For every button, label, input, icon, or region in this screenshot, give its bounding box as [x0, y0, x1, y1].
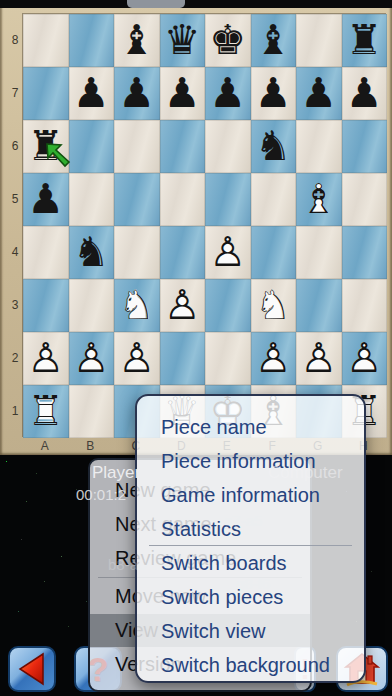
square-h4[interactable]: [342, 226, 388, 279]
white-piece-outline: ♘: [251, 279, 297, 332]
view-menu-item-game-information[interactable]: Game information: [137, 478, 364, 512]
square-a7[interactable]: [23, 67, 69, 120]
black-piece-glyph: ♟: [296, 67, 342, 120]
square-c5[interactable]: [114, 173, 160, 226]
view-menu-item-piece-information[interactable]: Piece information: [137, 444, 364, 478]
back-button[interactable]: [8, 646, 56, 692]
back-triangle-icon: [15, 651, 49, 687]
white-piece-glyph: ♟: [69, 332, 115, 385]
view-menu-item-switch-view[interactable]: Switch view: [137, 614, 364, 648]
rank-label-3: 3: [8, 278, 22, 331]
black-piece-glyph: ♟: [69, 67, 115, 120]
view-popup-menu: Piece namePiece informationGame informat…: [135, 394, 366, 683]
rank-label-5: 5: [8, 172, 22, 225]
white-piece-glyph: ♞: [114, 279, 160, 332]
square-b3[interactable]: [69, 279, 115, 332]
rank-label-6: 6: [8, 119, 22, 172]
white-piece-glyph: ♟: [342, 332, 388, 385]
square-d6[interactable]: [160, 120, 206, 173]
black-piece-glyph: ♜: [342, 14, 388, 67]
square-e3[interactable]: [205, 279, 251, 332]
rank-label-1: 1: [8, 384, 22, 437]
square-c2[interactable]: ♟♙: [114, 332, 160, 385]
black-piece-glyph: ♞: [251, 120, 297, 173]
square-e8[interactable]: ♚: [205, 14, 251, 67]
white-piece-glyph: ♟: [114, 332, 160, 385]
black-piece-glyph: ♟: [160, 67, 206, 120]
white-piece-glyph: ♟: [23, 332, 69, 385]
starfield-texture: [6, 461, 7, 462]
view-menu-item-switch-background[interactable]: Switch background: [137, 648, 364, 682]
square-b5[interactable]: [69, 173, 115, 226]
square-a5[interactable]: ♟: [23, 173, 69, 226]
white-piece-outline: ♗: [296, 173, 342, 226]
white-piece-outline: ♙: [160, 279, 206, 332]
square-c4[interactable]: [114, 226, 160, 279]
square-g7[interactable]: ♟: [296, 67, 342, 120]
white-piece-outline: ♙: [69, 332, 115, 385]
square-h7[interactable]: ♟: [342, 67, 388, 120]
square-b6[interactable]: [69, 120, 115, 173]
white-piece-glyph: ♟: [160, 279, 206, 332]
white-piece-glyph: ♝: [296, 173, 342, 226]
chess-app-screen: ♝♛♚♝♜♟♟♟♟♟♟♟♜♞♟♝♗♞♟♙♞♘♟♙♞♘♟♙♟♙♟♙♟♙♟♙♟♙♜♖…: [0, 0, 392, 696]
square-g2[interactable]: ♟♙: [296, 332, 342, 385]
square-f4[interactable]: [251, 226, 297, 279]
view-menu-separator: [149, 545, 352, 546]
black-piece-glyph: ♛: [160, 14, 206, 67]
square-h5[interactable]: [342, 173, 388, 226]
square-a3[interactable]: [23, 279, 69, 332]
square-f5[interactable]: [251, 173, 297, 226]
black-piece-glyph: ♜: [23, 120, 69, 173]
square-d7[interactable]: ♟: [160, 67, 206, 120]
white-piece-outline: ♙: [251, 332, 297, 385]
black-piece-glyph: ♝: [114, 14, 160, 67]
black-piece-glyph: ♞: [69, 226, 115, 279]
square-b1[interactable]: [69, 385, 115, 438]
square-a2[interactable]: ♟♙: [23, 332, 69, 385]
square-d3[interactable]: ♟♙: [160, 279, 206, 332]
white-piece-glyph: ♟: [251, 332, 297, 385]
black-piece-glyph: ♝: [251, 14, 297, 67]
rank-label-8: 8: [8, 13, 22, 66]
square-a8[interactable]: [23, 14, 69, 67]
square-e7[interactable]: ♟: [205, 67, 251, 120]
chess-board-frame: ♝♛♚♝♜♟♟♟♟♟♟♟♜♞♟♝♗♞♟♙♞♘♟♙♞♘♟♙♟♙♟♙♟♙♟♙♟♙♜♖…: [0, 0, 392, 455]
rank-label-4: 4: [8, 225, 22, 278]
square-f6[interactable]: ♞: [251, 120, 297, 173]
white-piece-glyph: ♞: [251, 279, 297, 332]
square-f3[interactable]: ♞♘: [251, 279, 297, 332]
square-h6[interactable]: [342, 120, 388, 173]
black-piece-glyph: ♟: [23, 173, 69, 226]
square-e2[interactable]: [205, 332, 251, 385]
square-a1[interactable]: ♜♖: [23, 385, 69, 438]
square-g6[interactable]: [296, 120, 342, 173]
black-piece-glyph: ♟: [342, 67, 388, 120]
square-g5[interactable]: ♝♗: [296, 173, 342, 226]
square-a4[interactable]: [23, 226, 69, 279]
square-f7[interactable]: ♟: [251, 67, 297, 120]
square-e4[interactable]: ♟♙: [205, 226, 251, 279]
view-menu-item-piece-name[interactable]: Piece name: [137, 410, 364, 444]
view-menu-item-switch-boards[interactable]: Switch boards: [137, 546, 364, 580]
black-piece-glyph: ♚: [205, 14, 251, 67]
rank-labels: 87654321: [8, 13, 22, 437]
white-piece-outline: ♙: [205, 226, 251, 279]
file-label-b: B: [68, 437, 114, 454]
white-piece-glyph: ♟: [205, 226, 251, 279]
rank-label-7: 7: [8, 66, 22, 119]
board-grid: ♝♛♚♝♜♟♟♟♟♟♟♟♜♞♟♝♗♞♟♙♞♘♟♙♞♘♟♙♟♙♟♙♟♙♟♙♟♙♜♖…: [22, 13, 386, 437]
square-e5[interactable]: [205, 173, 251, 226]
square-c6[interactable]: [114, 120, 160, 173]
black-piece-glyph: ♟: [251, 67, 297, 120]
view-menu-item-statistics[interactable]: Statistics: [137, 512, 364, 546]
square-c8[interactable]: ♝: [114, 14, 160, 67]
square-g3[interactable]: [296, 279, 342, 332]
square-h3[interactable]: [342, 279, 388, 332]
square-d2[interactable]: [160, 332, 206, 385]
square-d5[interactable]: [160, 173, 206, 226]
top-notch: [127, 0, 185, 8]
white-piece-outline: ♖: [23, 385, 69, 438]
file-label-a: A: [22, 437, 68, 454]
white-piece-glyph: ♟: [296, 332, 342, 385]
square-c7[interactable]: ♟: [114, 67, 160, 120]
white-piece-outline: ♙: [342, 332, 388, 385]
white-piece-outline: ♘: [114, 279, 160, 332]
square-b7[interactable]: ♟: [69, 67, 115, 120]
white-piece-outline: ♙: [296, 332, 342, 385]
white-piece-glyph: ♜: [23, 385, 69, 438]
square-e6[interactable]: [205, 120, 251, 173]
white-piece-outline: ♙: [23, 332, 69, 385]
black-piece-glyph: ♟: [114, 67, 160, 120]
square-b2[interactable]: ♟♙: [69, 332, 115, 385]
rank-label-2: 2: [8, 331, 22, 384]
square-c3[interactable]: ♞♘: [114, 279, 160, 332]
square-h8[interactable]: ♜: [342, 14, 388, 67]
square-g4[interactable]: [296, 226, 342, 279]
square-a6[interactable]: ♜: [23, 120, 69, 173]
square-h2[interactable]: ♟♙: [342, 332, 388, 385]
square-b8[interactable]: [69, 14, 115, 67]
square-d8[interactable]: ♛: [160, 14, 206, 67]
square-g8[interactable]: [296, 14, 342, 67]
view-menu-item-switch-pieces[interactable]: Switch pieces: [137, 580, 364, 614]
black-piece-glyph: ♟: [205, 67, 251, 120]
top-black-bar: [0, 0, 392, 8]
square-f8[interactable]: ♝: [251, 14, 297, 67]
square-b4[interactable]: ♞: [69, 226, 115, 279]
square-d4[interactable]: [160, 226, 206, 279]
square-f2[interactable]: ♟♙: [251, 332, 297, 385]
white-piece-outline: ♙: [114, 332, 160, 385]
